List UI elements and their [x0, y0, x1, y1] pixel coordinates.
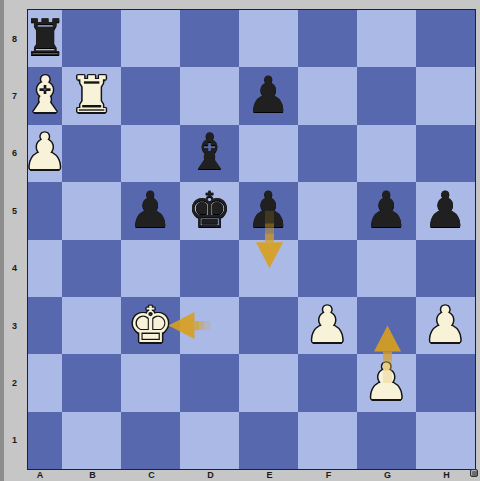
square-g4[interactable]	[357, 240, 416, 297]
square-b7[interactable]: ♜	[62, 67, 121, 124]
square-h4[interactable]	[416, 240, 475, 297]
piece-white-pawn-g2[interactable]: ♟	[364, 357, 409, 407]
rank-label-1: 1	[4, 435, 25, 445]
square-h7[interactable]	[416, 67, 475, 124]
square-b8[interactable]	[62, 10, 121, 67]
file-label-a: A	[37, 470, 44, 480]
square-c6[interactable]	[121, 125, 180, 182]
square-b2[interactable]	[62, 354, 121, 411]
piece-white-pawn-h3[interactable]: ♟	[423, 300, 468, 350]
square-h1[interactable]	[416, 412, 475, 469]
square-h8[interactable]	[416, 10, 475, 67]
piece-black-bishop-d6[interactable]: ♝	[187, 127, 232, 177]
rank-label-4: 4	[4, 263, 25, 273]
file-label-h: H	[443, 470, 450, 480]
rank-label-6: 6	[4, 148, 25, 158]
rank-label-7: 7	[4, 91, 25, 101]
square-e4[interactable]	[239, 240, 298, 297]
square-d3[interactable]	[180, 297, 239, 354]
rank-label-8: 8	[4, 34, 25, 44]
square-c7[interactable]	[121, 67, 180, 124]
frame-left-edge	[0, 0, 4, 481]
square-f4[interactable]	[298, 240, 357, 297]
piece-white-pawn-a6[interactable]: ♟	[23, 127, 68, 177]
piece-black-pawn-e7[interactable]: ♟	[246, 70, 291, 120]
square-g8[interactable]	[357, 10, 416, 67]
file-label-e: E	[266, 470, 272, 480]
watermark-logo-icon	[470, 469, 478, 477]
piece-black-pawn-e5[interactable]: ♟	[246, 185, 291, 235]
rank-label-2: 2	[4, 378, 25, 388]
square-b4[interactable]	[62, 240, 121, 297]
square-g1[interactable]	[357, 412, 416, 469]
square-d2[interactable]	[180, 354, 239, 411]
square-a3[interactable]	[28, 297, 62, 354]
square-a7[interactable]: ♝	[28, 67, 62, 124]
square-c2[interactable]	[121, 354, 180, 411]
square-c8[interactable]	[121, 10, 180, 67]
square-e5[interactable]: ♟	[239, 182, 298, 239]
square-f7[interactable]	[298, 67, 357, 124]
square-c4[interactable]	[121, 240, 180, 297]
square-d1[interactable]	[180, 412, 239, 469]
piece-white-bishop-a7[interactable]: ♝	[23, 70, 68, 120]
square-e1[interactable]	[239, 412, 298, 469]
chess-board-frame: ♜♝♜♟♟♝♟♚♟♟♟♚♟♟♟ 87654321ABCDEFGH	[0, 0, 480, 481]
piece-white-king-c3[interactable]: ♚	[128, 300, 173, 350]
square-d7[interactable]	[180, 67, 239, 124]
square-b3[interactable]	[62, 297, 121, 354]
square-d6[interactable]: ♝	[180, 125, 239, 182]
square-a1[interactable]	[28, 412, 62, 469]
square-g5[interactable]: ♟	[357, 182, 416, 239]
square-h6[interactable]	[416, 125, 475, 182]
square-d4[interactable]	[180, 240, 239, 297]
board[interactable]: ♜♝♜♟♟♝♟♚♟♟♟♚♟♟♟	[27, 9, 476, 470]
file-label-b: B	[89, 470, 96, 480]
square-e6[interactable]	[239, 125, 298, 182]
piece-black-rook-a8[interactable]: ♜	[23, 13, 68, 63]
square-h5[interactable]: ♟	[416, 182, 475, 239]
square-g2[interactable]: ♟	[357, 354, 416, 411]
piece-black-pawn-c5[interactable]: ♟	[128, 185, 173, 235]
square-f8[interactable]	[298, 10, 357, 67]
square-a4[interactable]	[28, 240, 62, 297]
square-h2[interactable]	[416, 354, 475, 411]
square-h3[interactable]: ♟	[416, 297, 475, 354]
file-label-f: F	[326, 470, 332, 480]
square-a5[interactable]	[28, 182, 62, 239]
square-f5[interactable]	[298, 182, 357, 239]
square-b5[interactable]	[62, 182, 121, 239]
piece-black-pawn-g5[interactable]: ♟	[364, 185, 409, 235]
file-label-d: D	[207, 470, 214, 480]
square-f2[interactable]	[298, 354, 357, 411]
square-g6[interactable]	[357, 125, 416, 182]
square-b6[interactable]	[62, 125, 121, 182]
square-b1[interactable]	[62, 412, 121, 469]
square-e8[interactable]	[239, 10, 298, 67]
square-d5[interactable]: ♚	[180, 182, 239, 239]
square-f6[interactable]	[298, 125, 357, 182]
file-label-c: C	[148, 470, 155, 480]
square-a2[interactable]	[28, 354, 62, 411]
square-d8[interactable]	[180, 10, 239, 67]
square-c3[interactable]: ♚	[121, 297, 180, 354]
square-g7[interactable]	[357, 67, 416, 124]
square-c1[interactable]	[121, 412, 180, 469]
piece-white-rook-b7[interactable]: ♜	[69, 70, 114, 120]
square-f1[interactable]	[298, 412, 357, 469]
piece-white-pawn-f3[interactable]: ♟	[305, 300, 350, 350]
square-e7[interactable]: ♟	[239, 67, 298, 124]
piece-black-pawn-h5[interactable]: ♟	[423, 185, 468, 235]
rank-label-3: 3	[4, 321, 25, 331]
piece-black-king-d5[interactable]: ♚	[187, 185, 232, 235]
square-e2[interactable]	[239, 354, 298, 411]
square-f3[interactable]: ♟	[298, 297, 357, 354]
square-e3[interactable]	[239, 297, 298, 354]
square-g3[interactable]	[357, 297, 416, 354]
square-a8[interactable]: ♜	[28, 10, 62, 67]
square-c5[interactable]: ♟	[121, 182, 180, 239]
square-a6[interactable]: ♟	[28, 125, 62, 182]
file-label-g: G	[384, 470, 391, 480]
rank-label-5: 5	[4, 206, 25, 216]
